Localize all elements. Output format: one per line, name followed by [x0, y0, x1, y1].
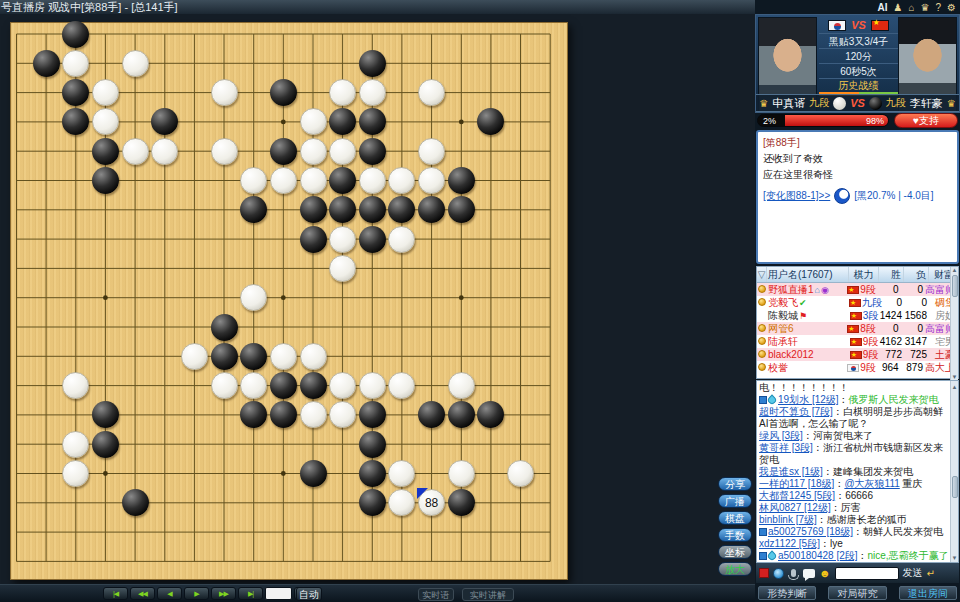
match-center-column: VS 黑贴3又3/4子 120分 60秒5次 历史战绩 [819, 17, 898, 96]
user-name[interactable]: black2012 [767, 348, 849, 361]
chat-area[interactable]: 电！！！！！！！！19划水 [12级]：俄罗斯人民发来贺电超时不算负 [7段]：… [756, 380, 959, 563]
white-stone-14-5 [418, 167, 445, 194]
board-option-1[interactable]: 广播 [718, 494, 752, 508]
board-option-0[interactable]: 分享 [718, 477, 752, 491]
black-stone-3-5 [92, 167, 119, 194]
chat-message: 俄罗斯人民发来贺电 [849, 394, 939, 405]
ai-button[interactable]: AI [877, 2, 887, 13]
user-icon[interactable]: ♟ [893, 2, 902, 13]
playback-bar: |◀◀◀◀▶▶▶▶|GO 自动 实时语音 实时讲解 [0, 584, 755, 602]
check-icon: ✔ [799, 298, 807, 308]
home-icon: ⌂ [815, 285, 820, 295]
user-wins: 0 [876, 322, 900, 335]
ban-icon[interactable] [759, 568, 769, 578]
evaluation-row: [变化图88-1]>> [黑20.7% | -4.0目] [763, 188, 952, 204]
user-rank: 3段 [849, 309, 879, 322]
chat-bubble-icon[interactable] [803, 569, 815, 578]
drop-badge-icon [766, 394, 777, 405]
black-stone-12-7 [359, 226, 386, 253]
user-name[interactable]: 网管6 [767, 322, 847, 335]
black-stone-10-15 [300, 460, 327, 487]
chat-message: 朝鲜人民发来贺电 [863, 526, 943, 537]
support-button[interactable]: ♥支持 [894, 113, 958, 128]
white-stone-9-11 [270, 343, 297, 370]
black-stone-12-6 [359, 196, 386, 223]
user-rank: 9段 [849, 335, 879, 348]
last-move-button[interactable]: ▶| [238, 587, 263, 600]
white-stone-7-12 [211, 372, 238, 399]
user-rank: 9段 [847, 283, 876, 296]
black-stone-9-12 [270, 372, 297, 399]
white-stone-10-13 [300, 401, 327, 428]
china-flag-icon [871, 20, 889, 31]
user-row-5[interactable]: black20129段772725土豪 [757, 348, 958, 361]
go-board[interactable]: 88 [10, 22, 568, 580]
header-rank[interactable]: 棋力 [849, 267, 879, 282]
white-stone-12-12 [359, 372, 386, 399]
chat-line-3: 绿风 [3段]：河南贺电来了 [759, 430, 949, 442]
black-stone-9-2 [270, 79, 297, 106]
header-losses[interactable]: 负 [904, 267, 929, 282]
chat-username[interactable]: 林风0827 [12级] [759, 502, 831, 513]
black-stone-icon [869, 97, 882, 110]
black-stone-12-4 [359, 138, 386, 165]
black-stone-8-11 [240, 343, 267, 370]
white-stone-10-4 [300, 138, 327, 165]
user-wins: 964 [876, 361, 900, 374]
chat-message: 66666 [845, 490, 873, 501]
white-stone-11-7 [329, 226, 356, 253]
chat-line-11: xdz1122 [5段]：lye [759, 538, 949, 550]
header-wins[interactable]: 胜 [879, 267, 904, 282]
emoticon-icon[interactable]: ☻ [819, 568, 831, 579]
black-stone-12-16 [359, 489, 386, 516]
medal-icon [758, 285, 766, 293]
microphone-icon[interactable] [791, 569, 796, 577]
user-wins: 0 [879, 296, 904, 309]
chat-username[interactable]: a500180428 [2段] [778, 550, 858, 561]
chat-username[interactable]: 一样的117 [18级] [759, 478, 834, 489]
user-losses: 0 [904, 296, 929, 309]
user-wins: 0 [876, 283, 900, 296]
crown-icon[interactable]: ♛ [921, 2, 930, 13]
chat-message: 重庆 [900, 478, 923, 489]
chat-username[interactable]: 黄哥祥 [3段] [759, 442, 813, 453]
left-player-name: 申真谞 [772, 96, 805, 111]
vs-label: VS [851, 19, 866, 31]
black-stone-15-6 [448, 196, 475, 223]
square-badge-icon [759, 528, 767, 536]
fast-back-button[interactable]: ◀◀ [130, 587, 155, 600]
user-table-header: ▽ 用户名(17607) 棋力 胜 负 财富 [757, 267, 958, 283]
help-icon[interactable]: ? [935, 2, 941, 13]
home-icon[interactable]: ⌂ [908, 2, 914, 13]
black-stone-12-1 [359, 50, 386, 77]
user-name[interactable]: 党毅飞✔ [767, 296, 849, 309]
user-rank: 8段 [847, 322, 876, 335]
white-stone-14-4 [418, 138, 445, 165]
white-stone-9-5 [270, 167, 297, 194]
white-stone-icon [833, 97, 846, 110]
user-losses: 0 [901, 283, 925, 296]
black-stone-15-5 [448, 167, 475, 194]
board-grid [11, 23, 569, 581]
user-rank: 9段 [849, 348, 879, 361]
black-stone-1-1 [33, 50, 60, 77]
live-voice-button[interactable]: 实时语音 [418, 588, 454, 601]
match-info-panel: VS 黑贴3又3/4子 120分 60秒5次 历史战绩 ♛ 申真谞 九段 VS … [755, 14, 960, 113]
black-stone-15-16 [448, 489, 475, 516]
badge-icon: ◉ [821, 285, 829, 295]
chat-line-8: 林风0827 [12级]：厉害 [759, 502, 949, 514]
board-tool-buttons: 分享广播棋盘手数坐标放大 [718, 477, 754, 579]
flag-icon [847, 325, 859, 333]
user-name[interactable]: 野狐直播1⌂◉ [767, 283, 847, 296]
board-option-4[interactable]: 坐标 [718, 545, 752, 559]
send-button[interactable]: 发送 [903, 566, 923, 580]
user-name[interactable]: 陈毅城⚑ [767, 309, 849, 322]
main-time-label: 120分 [819, 48, 898, 63]
black-stone-3-4 [92, 138, 119, 165]
white-stone-10-11 [300, 343, 327, 370]
filter-funnel-icon[interactable]: ▽ [757, 267, 767, 282]
black-stone-2-0 [62, 21, 89, 48]
black-stone-9-4 [270, 138, 297, 165]
user-rank: 9段 [847, 361, 876, 374]
white-stone-3-2 [92, 79, 119, 106]
flag-icon [847, 286, 859, 294]
medal-icon [758, 350, 766, 358]
chat-message: 感谢唐长老的狐币 [827, 514, 907, 525]
byoyomi-label: 60秒5次 [819, 63, 898, 78]
white-stone-12-2 [359, 79, 386, 106]
user-losses: 879 [901, 361, 925, 374]
flag-icon [850, 312, 862, 320]
square-badge-icon [759, 396, 767, 404]
user-rank: 九段 [849, 296, 879, 309]
white-stone-7-4 [211, 138, 238, 165]
chat-toolbar: ☻ 发送 ↵ [756, 563, 959, 583]
chat-username[interactable]: binblink [7级] [759, 514, 817, 525]
commentary-line2: 应在这里很奇怪 [763, 168, 952, 182]
board-option-3[interactable]: 手数 [718, 528, 752, 542]
white-stone-15-12 [448, 372, 475, 399]
bottom-tabs: 形势判断对局研究退出房间 [756, 585, 959, 601]
black-stone-7-10 [211, 314, 238, 341]
chat-username[interactable]: a500275769 [18级] [768, 526, 853, 537]
black-stone-15-13 [448, 401, 475, 428]
settings-gear-icon[interactable]: ⚙ [947, 2, 956, 13]
chat-username[interactable]: 大都督1245 [5段] [759, 490, 835, 501]
flag-icon [850, 351, 862, 359]
user-name[interactable]: 陆承轩 [767, 335, 849, 348]
chat-username[interactable]: xdz1122 [5段] [759, 538, 820, 549]
ai-engine-icon [834, 188, 850, 204]
white-stone-17-15 [507, 460, 534, 487]
white-stone-10-3 [300, 108, 327, 135]
user-row-2[interactable]: 陈毅城⚑3段14241568房奴 [757, 309, 958, 322]
white-stone-14-2 [418, 79, 445, 106]
move-number-label: 88 [419, 490, 444, 515]
medal-icon [758, 363, 766, 371]
history-record-button[interactable]: 历史战绩 [819, 78, 898, 92]
chat-username[interactable]: 绿风 [3段] [759, 430, 803, 441]
flags-row: VS [819, 17, 898, 33]
right-panel: AI ♟ ⌂ ♛ ? ⚙ VS 黑贴3又3/4子 120分 60秒5次 历史战绩… [755, 0, 960, 602]
chat-message: nice,恶霸终于赢了 [868, 550, 949, 561]
white-stone-2-1 [62, 50, 89, 77]
white-stone-6-11 [181, 343, 208, 370]
user-table: ▽ 用户名(17607) 棋力 胜 负 财富 野狐直播1⌂◉9段00高富帅党毅飞… [756, 266, 959, 379]
user-row-6[interactable]: 校誉9段964879高大上 [757, 361, 958, 374]
variation-link[interactable]: [变化图88-1]>> [763, 189, 830, 203]
right-player-name: 李轩豪 [910, 96, 943, 111]
white-stone-11-4 [329, 138, 356, 165]
chat-scrollbar[interactable]: ▲▼ [950, 381, 958, 563]
chat-line-7: 大都督1245 [5段]：66666 [759, 490, 949, 502]
white-stone-12-5 [359, 167, 386, 194]
black-stone-7-11 [211, 343, 238, 370]
user-row-1[interactable]: 党毅飞✔九段00碉堡 [757, 296, 958, 309]
white-stone-13-7 [388, 226, 415, 253]
move-number-input[interactable] [265, 587, 292, 600]
auto-play-button[interactable]: 自动 [296, 587, 322, 601]
user-losses: 3147 [904, 335, 929, 348]
tab-退出房间[interactable]: 退出房间 [899, 586, 957, 600]
black-stone-10-6 [300, 196, 327, 223]
send-arrow-icon[interactable]: ↵ [927, 568, 935, 579]
chat-line-10: a500275769 [18级]：朝鲜人民发来贺电 [759, 526, 949, 538]
chat-username[interactable]: 我是谁sx [1级] [759, 466, 823, 477]
forward-button[interactable]: ▶ [184, 587, 209, 600]
players-name-bar: ♛ 申真谞 九段 VS 九段 李轩豪 ♛ [756, 94, 959, 112]
commentary-box: [第88手] 还收到了奇效 应在这里很奇怪 [变化图88-1]>> [黑20.7… [756, 130, 959, 264]
white-stone-5-4 [151, 138, 178, 165]
flag-icon [847, 364, 859, 372]
ai-eval-text: [黑20.7% | -4.0目] [854, 189, 933, 203]
korea-flag-icon [828, 20, 846, 31]
vs-center-label: VS [850, 97, 865, 109]
flag-icon [849, 299, 861, 307]
chat-message: 电！！！！！！！！ [759, 382, 849, 393]
white-stone-4-4 [122, 138, 149, 165]
medal-icon [758, 324, 766, 332]
left-player-rank: 九段 [809, 96, 829, 110]
black-stone-3-14 [92, 431, 119, 458]
white-winrate: 98% [785, 115, 888, 126]
right-player-rank: 九段 [886, 96, 906, 110]
chat-message: 厉害 [841, 502, 861, 513]
white-stone-7-2 [211, 79, 238, 106]
white-stone-8-5 [240, 167, 267, 194]
drop-badge-icon [766, 550, 777, 561]
chat-message: 建峰集团发来贺电 [833, 466, 913, 477]
medal-icon [758, 298, 766, 306]
back-button[interactable]: ◀ [157, 587, 182, 600]
commentary-line1: 还收到了奇效 [763, 152, 952, 166]
user-losses: 0 [901, 322, 925, 335]
tab-形势判断[interactable]: 形势判断 [758, 586, 816, 600]
pin-icon: ⚑ [799, 311, 807, 321]
left-crown-icon: ♛ [759, 98, 768, 109]
chat-message: lye [830, 538, 843, 549]
black-stone-10-7 [300, 226, 327, 253]
user-row-0[interactable]: 野狐直播1⌂◉9段00高富帅 [757, 283, 958, 296]
header-username[interactable]: 用户名(17607) [767, 267, 849, 282]
chat-line-6: 一样的117 [18级]：@大灰狼111 重庆 [759, 478, 949, 490]
table-scrollbar[interactable]: ▲▼ [950, 267, 958, 380]
black-stone-4-16 [122, 489, 149, 516]
user-table-rows: 野狐直播1⌂◉9段00高富帅党毅飞✔九段00碉堡陈毅城⚑3段14241568房奴… [757, 283, 958, 374]
white-stone-4-1 [122, 50, 149, 77]
chat-username[interactable]: 超时不算负 [7段] [759, 406, 833, 417]
white-stone-15-15 [448, 460, 475, 487]
white-stone-10-5 [300, 167, 327, 194]
white-stone-11-8 [329, 255, 356, 282]
square-badge-icon [759, 552, 767, 560]
user-losses: 725 [904, 348, 929, 361]
user-wins: 4162 [879, 335, 904, 348]
black-stone-11-5 [329, 167, 356, 194]
user-row-4[interactable]: 陆承轩9段41623147宅男 [757, 335, 958, 348]
chat-message: 河南贺电来了 [813, 430, 873, 441]
medal-icon [758, 337, 766, 345]
chat-line-0: 电！！！！！！！！ [759, 382, 949, 394]
user-row-3[interactable]: 网管68段00高富帅 [757, 322, 958, 335]
winrate-bar: 2% 98% [757, 114, 889, 127]
board-option-2[interactable]: 棋盘 [718, 511, 752, 525]
commentary-move-label: [第88手] [763, 136, 952, 150]
live-commentary-button[interactable]: 实时讲解 [462, 588, 514, 601]
panel-icon-bar: AI ♟ ⌂ ♛ ? ⚙ [755, 0, 960, 14]
tab-对局研究[interactable]: 对局研究 [828, 586, 886, 600]
user-wins: 1424 [879, 309, 904, 322]
flag-icon [850, 338, 862, 346]
black-stone-12-14 [359, 431, 386, 458]
chat-line-1: 19划水 [12级]：俄罗斯人民发来贺电 [759, 394, 949, 406]
white-stone-2-14 [62, 431, 89, 458]
user-wins: 772 [879, 348, 904, 361]
globe-icon[interactable] [773, 568, 784, 579]
user-name[interactable]: 校誉 [767, 361, 847, 374]
chat-line-5: 我是谁sx [1级]：建峰集团发来贺电 [759, 466, 949, 478]
chat-username[interactable]: 19划水 [12级] [778, 394, 839, 405]
last-move-stone-88: 88 [418, 489, 445, 516]
board-option-5[interactable]: 放大 [718, 562, 752, 576]
user-losses: 1568 [904, 309, 929, 322]
komi-label: 黑贴3又3/4子 [819, 33, 898, 48]
chat-line-2: 超时不算负 [7段]：白棋明明是步步高朝鲜AI首选啊，怎么输了呢？ [759, 406, 949, 430]
winrate-row: 2% 98% ♥支持 [755, 113, 960, 128]
chat-line-9: binblink [7级]：感谢唐长老的狐币 [759, 514, 949, 526]
playback-nav-group: |◀◀◀◀▶▶▶▶|GO [103, 587, 316, 600]
black-stone-12-15 [359, 460, 386, 487]
chat-mention[interactable]: @大灰狼111 [844, 478, 899, 489]
fast-forward-button[interactable]: ▶▶ [211, 587, 236, 600]
black-winrate: 2% [758, 115, 785, 126]
black-stone-12-13 [359, 401, 386, 428]
chat-input[interactable] [835, 567, 899, 580]
first-move-button[interactable]: |◀ [103, 587, 128, 600]
black-stone-10-12 [300, 372, 327, 399]
chat-messages: 电！！！！！！！！19划水 [12级]：俄罗斯人民发来贺电超时不算负 [7段]：… [759, 382, 949, 563]
chat-line-4: 黄哥祥 [3段]：浙江省杭州市钱塘新区发来贺电 [759, 442, 949, 466]
right-crown-icon: ♛ [947, 98, 956, 109]
chat-line-12: a500180428 [2段]：nice,恶霸终于赢了 [759, 550, 949, 562]
black-stone-12-3 [359, 108, 386, 135]
